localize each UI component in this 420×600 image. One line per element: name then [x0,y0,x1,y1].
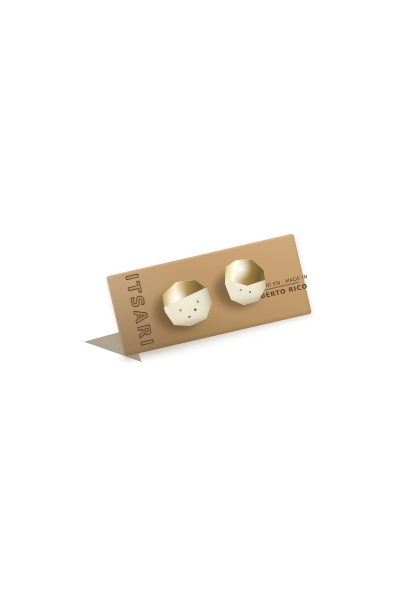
brand-name: ITSARI [122,272,158,350]
product-photo-stage: ITSARI HECHO EN · MADE IN PUERTO RICO [0,0,420,600]
